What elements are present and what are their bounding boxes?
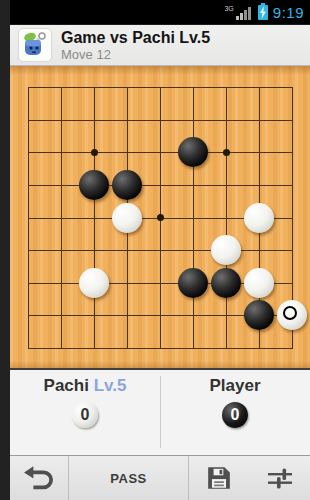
stone-white: [211, 235, 241, 265]
stone-black: [178, 268, 208, 298]
grid-line: [28, 250, 293, 251]
settings-sliders-icon: [266, 464, 294, 492]
action-bar: Game vs Pachi Lv.5 Move 12: [10, 25, 310, 66]
player-capture-box: Player 0: [160, 370, 310, 455]
grid-line: [28, 348, 293, 349]
grid-line: [193, 87, 194, 349]
pachi-name: Pachi Lv.5: [44, 375, 127, 397]
capture-panel: Pachi Lv.5 0 Player 0: [10, 370, 310, 455]
grid-line: [226, 87, 227, 349]
last-move-marker: [283, 306, 297, 320]
board-grid[interactable]: [28, 87, 292, 348]
stone-white: [112, 203, 142, 233]
clock: 9:19: [273, 4, 304, 21]
panel-divider: [160, 376, 161, 448]
signal-strength-icon: 3G: [224, 5, 250, 20]
pachi-capture-box: Pachi Lv.5 0: [10, 370, 160, 455]
signal-bars-icon: [236, 6, 251, 20]
star-point: [91, 149, 98, 156]
pachi-capture-count: 0: [72, 402, 98, 428]
stone-black: [178, 137, 208, 167]
stone-white: [244, 268, 274, 298]
app-screen: 3G 9:19 Game vs Pachi Lv.5 M: [10, 0, 310, 500]
stone-black: [79, 170, 109, 200]
pachi-name-text: Pachi: [44, 376, 89, 395]
pass-button-label: PASS: [110, 471, 146, 486]
go-board[interactable]: [10, 66, 310, 370]
header-titles: Game vs Pachi Lv.5 Move 12: [61, 28, 210, 62]
stone-black: [211, 268, 241, 298]
star-point: [223, 149, 230, 156]
stone-black: [244, 300, 274, 330]
bottom-toolbar: PASS: [10, 455, 310, 500]
status-bar: 3G 9:19: [10, 0, 310, 25]
pass-button[interactable]: PASS: [68, 456, 188, 500]
app-icon: [18, 28, 52, 62]
lightning-bolt-icon: [259, 6, 267, 19]
battery-charging-icon: [258, 5, 268, 20]
star-point: [157, 214, 164, 221]
settings-button[interactable]: [249, 456, 310, 500]
stone-white: [244, 203, 274, 233]
move-counter: Move 12: [61, 47, 210, 62]
save-floppy-icon: [206, 465, 232, 491]
stone-black: [112, 170, 142, 200]
player-name: Player: [209, 375, 260, 397]
undo-button[interactable]: [10, 456, 68, 500]
save-button[interactable]: [188, 456, 249, 500]
stone-white: [79, 268, 109, 298]
pachi-mascot-icon: [21, 31, 49, 59]
pachi-level: Lv.5: [94, 376, 127, 395]
network-type-label: 3G: [224, 5, 233, 12]
player-capture-count: 0: [222, 402, 248, 428]
stone-white: [277, 300, 307, 330]
page-title: Game vs Pachi Lv.5: [61, 28, 210, 47]
undo-icon: [22, 464, 56, 492]
